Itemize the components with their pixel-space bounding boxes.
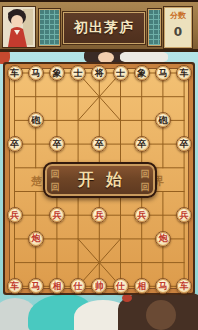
- piece-red-r[interactable]: 车: [7, 278, 23, 294]
- piece-black-p[interactable]: 卒: [7, 136, 23, 152]
- piece-black-n[interactable]: 马: [155, 65, 171, 81]
- piece-black-p[interactable]: 卒: [134, 136, 150, 152]
- piece-black-a[interactable]: 士: [70, 65, 86, 81]
- score-panel: 分数 0: [163, 6, 193, 49]
- stage-title: 初出茅庐: [74, 19, 134, 37]
- piece-black-p[interactable]: 卒: [49, 136, 65, 152]
- piece-red-b[interactable]: 相: [134, 278, 150, 294]
- piece-red-p[interactable]: 兵: [7, 207, 23, 223]
- score-value: 0: [174, 25, 182, 39]
- piece-black-b[interactable]: 象: [134, 65, 150, 81]
- brocade-panel-left: [38, 8, 61, 47]
- piece-black-c[interactable]: 砲: [28, 112, 44, 128]
- scroll-ornament-icon: 回回: [140, 168, 150, 194]
- top-bar: 初出茅庐 分数 0: [0, 0, 198, 52]
- scroll-ornament-icon: 回回: [50, 168, 60, 194]
- piece-red-c[interactable]: 炮: [155, 231, 171, 247]
- piece-red-c[interactable]: 炮: [28, 231, 44, 247]
- brocade-panel-right: [147, 8, 162, 47]
- background-dark-streak: [146, 300, 176, 330]
- stage-title-plaque: 初出茅庐: [62, 11, 146, 45]
- score-label: 分数: [170, 10, 186, 21]
- background-red-accent: [122, 294, 132, 302]
- start-button-label: 开始: [66, 170, 134, 191]
- app-screen: 初出茅庐 分数 0 楚河 汉界 车马象士将士象马车砲砲卒卒卒卒卒兵兵兵兵兵炮炮车…: [0, 0, 198, 330]
- piece-red-n[interactable]: 马: [28, 278, 44, 294]
- piece-red-p[interactable]: 兵: [49, 207, 65, 223]
- piece-black-r[interactable]: 车: [176, 65, 192, 81]
- piece-red-p[interactable]: 兵: [134, 207, 150, 223]
- start-button[interactable]: 回回 开始 回回: [43, 162, 157, 198]
- piece-black-a[interactable]: 士: [113, 65, 129, 81]
- avatar-illustration: [3, 7, 35, 47]
- piece-black-r[interactable]: 车: [7, 65, 23, 81]
- avatar-portrait: [2, 6, 36, 48]
- piece-red-a[interactable]: 仕: [113, 278, 129, 294]
- piece-black-n[interactable]: 马: [28, 65, 44, 81]
- piece-black-b[interactable]: 象: [49, 65, 65, 81]
